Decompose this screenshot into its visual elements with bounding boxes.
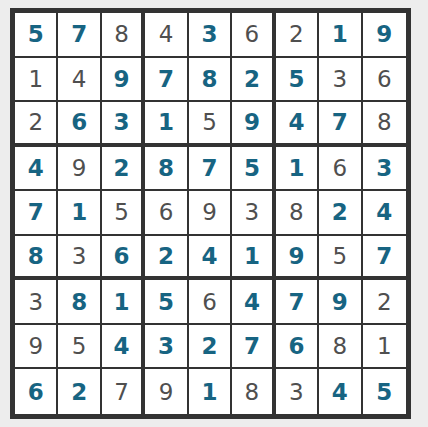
cell-r5c8[interactable]: 2: [319, 191, 362, 236]
cell-r7c7[interactable]: 7: [276, 280, 319, 325]
cell-r6c5[interactable]: 4: [189, 236, 232, 281]
cell-r3c7[interactable]: 4: [276, 102, 319, 147]
cell-r1c4[interactable]: 4: [145, 13, 188, 58]
cell-r2c8[interactable]: 3: [319, 58, 362, 103]
cell-r3c4[interactable]: 1: [145, 102, 188, 147]
cell-r6c3[interactable]: 6: [102, 236, 145, 281]
cell-r2c4[interactable]: 7: [145, 58, 188, 103]
cell-r4c4[interactable]: 8: [145, 147, 188, 192]
cell-r8c6[interactable]: 7: [232, 325, 275, 370]
cell-r3c1[interactable]: 2: [15, 102, 58, 147]
cell-r3c9[interactable]: 8: [363, 102, 406, 147]
cell-r9c1[interactable]: 6: [15, 369, 58, 414]
cell-r7c3[interactable]: 1: [102, 280, 145, 325]
cell-r5c6[interactable]: 3: [232, 191, 275, 236]
cell-r1c3[interactable]: 8: [102, 13, 145, 58]
cell-r1c2[interactable]: 7: [58, 13, 101, 58]
cell-r8c3[interactable]: 4: [102, 325, 145, 370]
cell-r4c7[interactable]: 1: [276, 147, 319, 192]
cell-r7c6[interactable]: 4: [232, 280, 275, 325]
cell-r7c4[interactable]: 5: [145, 280, 188, 325]
cell-r4c6[interactable]: 5: [232, 147, 275, 192]
cell-r4c2[interactable]: 9: [58, 147, 101, 192]
cell-r9c8[interactable]: 4: [319, 369, 362, 414]
cell-r2c3[interactable]: 9: [102, 58, 145, 103]
cell-r5c5[interactable]: 9: [189, 191, 232, 236]
cell-r3c2[interactable]: 6: [58, 102, 101, 147]
cell-r8c9[interactable]: 1: [363, 325, 406, 370]
cell-r8c5[interactable]: 2: [189, 325, 232, 370]
cell-r6c8[interactable]: 5: [319, 236, 362, 281]
cell-r6c6[interactable]: 1: [232, 236, 275, 281]
cell-r1c5[interactable]: 3: [189, 13, 232, 58]
cell-r9c9[interactable]: 5: [363, 369, 406, 414]
cell-r4c1[interactable]: 4: [15, 147, 58, 192]
cell-r5c4[interactable]: 6: [145, 191, 188, 236]
cell-r4c9[interactable]: 3: [363, 147, 406, 192]
cell-r9c5[interactable]: 1: [189, 369, 232, 414]
cell-r9c4[interactable]: 9: [145, 369, 188, 414]
cell-r5c9[interactable]: 4: [363, 191, 406, 236]
cell-r7c9[interactable]: 2: [363, 280, 406, 325]
cell-r1c7[interactable]: 2: [276, 13, 319, 58]
cell-r5c7[interactable]: 8: [276, 191, 319, 236]
cell-r6c7[interactable]: 9: [276, 236, 319, 281]
cell-r9c6[interactable]: 8: [232, 369, 275, 414]
cell-r2c6[interactable]: 2: [232, 58, 275, 103]
cell-r8c2[interactable]: 5: [58, 325, 101, 370]
cell-r7c8[interactable]: 9: [319, 280, 362, 325]
cell-r7c1[interactable]: 3: [15, 280, 58, 325]
cell-r8c7[interactable]: 6: [276, 325, 319, 370]
cell-r6c1[interactable]: 8: [15, 236, 58, 281]
cell-r7c2[interactable]: 8: [58, 280, 101, 325]
cell-r1c8[interactable]: 1: [319, 13, 362, 58]
cell-r1c6[interactable]: 6: [232, 13, 275, 58]
cell-r3c8[interactable]: 7: [319, 102, 362, 147]
cell-r9c7[interactable]: 3: [276, 369, 319, 414]
cell-r5c2[interactable]: 1: [58, 191, 101, 236]
cell-r8c1[interactable]: 9: [15, 325, 58, 370]
cell-r2c1[interactable]: 1: [15, 58, 58, 103]
cell-r3c5[interactable]: 5: [189, 102, 232, 147]
cell-r3c3[interactable]: 3: [102, 102, 145, 147]
cell-r4c5[interactable]: 7: [189, 147, 232, 192]
cell-r5c1[interactable]: 7: [15, 191, 58, 236]
cell-r1c1[interactable]: 5: [15, 13, 58, 58]
cell-r7c5[interactable]: 6: [189, 280, 232, 325]
cell-r4c8[interactable]: 6: [319, 147, 362, 192]
cell-r1c9[interactable]: 9: [363, 13, 406, 58]
cell-r5c3[interactable]: 5: [102, 191, 145, 236]
cell-r2c7[interactable]: 5: [276, 58, 319, 103]
cell-r2c9[interactable]: 6: [363, 58, 406, 103]
cell-r8c4[interactable]: 3: [145, 325, 188, 370]
cell-r6c4[interactable]: 2: [145, 236, 188, 281]
cell-r9c3[interactable]: 7: [102, 369, 145, 414]
cell-r6c9[interactable]: 7: [363, 236, 406, 281]
cell-r2c5[interactable]: 8: [189, 58, 232, 103]
cell-r3c6[interactable]: 9: [232, 102, 275, 147]
cell-r6c2[interactable]: 3: [58, 236, 101, 281]
cell-r4c3[interactable]: 2: [102, 147, 145, 192]
cell-r8c8[interactable]: 8: [319, 325, 362, 370]
sudoku-board: 5784362191497825362631594784928751637156…: [10, 8, 411, 419]
cell-r9c2[interactable]: 2: [58, 369, 101, 414]
cell-r2c2[interactable]: 4: [58, 58, 101, 103]
